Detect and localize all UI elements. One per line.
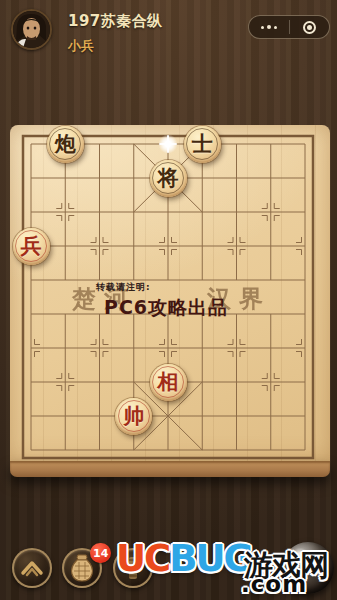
piece-black-advisor[interactable]: 士 [184, 126, 221, 163]
dot-icon [267, 25, 271, 29]
partial-number: 2 [238, 560, 248, 578]
piece-glyph: 相 [158, 372, 179, 393]
piece-black-cannon[interactable]: 炮 [47, 126, 84, 163]
piece-red-general[interactable]: 帅 [115, 398, 152, 435]
scroll-icon [122, 555, 144, 581]
close-button[interactable] [290, 16, 330, 38]
hidden-button[interactable] [113, 548, 153, 588]
piece-glyph: 炮 [55, 134, 76, 155]
xiangqi-board[interactable]: 楚河 汉界 炮士将兵相帅 [10, 125, 330, 461]
piece-glyph: 兵 [21, 236, 42, 257]
dot-icon [261, 26, 264, 29]
avatar-portrait-icon [13, 11, 50, 48]
avatar[interactable] [11, 9, 52, 50]
tips-bag-button[interactable]: 14 [62, 548, 102, 588]
piece-black-general[interactable]: 将 [150, 160, 187, 197]
level-info: 197苏秦合纵 小兵 [68, 12, 163, 55]
piece-red-elephant[interactable]: 相 [150, 364, 187, 401]
collapse-button[interactable] [12, 548, 52, 588]
piece-glyph: 士 [192, 134, 213, 155]
target-circle-icon [303, 21, 316, 34]
level-title: 197苏秦合纵 [68, 12, 163, 31]
bottombar: 14 2 [0, 535, 337, 600]
dark-sphere-button[interactable] [282, 542, 334, 594]
dot-icon [274, 26, 277, 29]
rank-label: 小兵 [68, 37, 163, 55]
wechat-capsule [248, 15, 330, 39]
river-label-right: 汉界 [207, 283, 271, 315]
river-label-left: 楚河 [72, 283, 136, 315]
more-button[interactable] [249, 16, 289, 38]
piece-glyph: 将 [158, 168, 179, 189]
board-edge [10, 461, 330, 477]
app-screen: 197苏秦合纵 小兵 楚河 汉界 炮士将兵相帅 转载请注明: PC6攻略出品 [0, 0, 337, 600]
piece-glyph: 帅 [123, 406, 144, 427]
tips-count-badge: 14 [90, 543, 111, 563]
topbar: 197苏秦合纵 小兵 [0, 0, 337, 60]
piece-red-soldier[interactable]: 兵 [13, 228, 50, 265]
chevron-up-icon [20, 558, 44, 578]
